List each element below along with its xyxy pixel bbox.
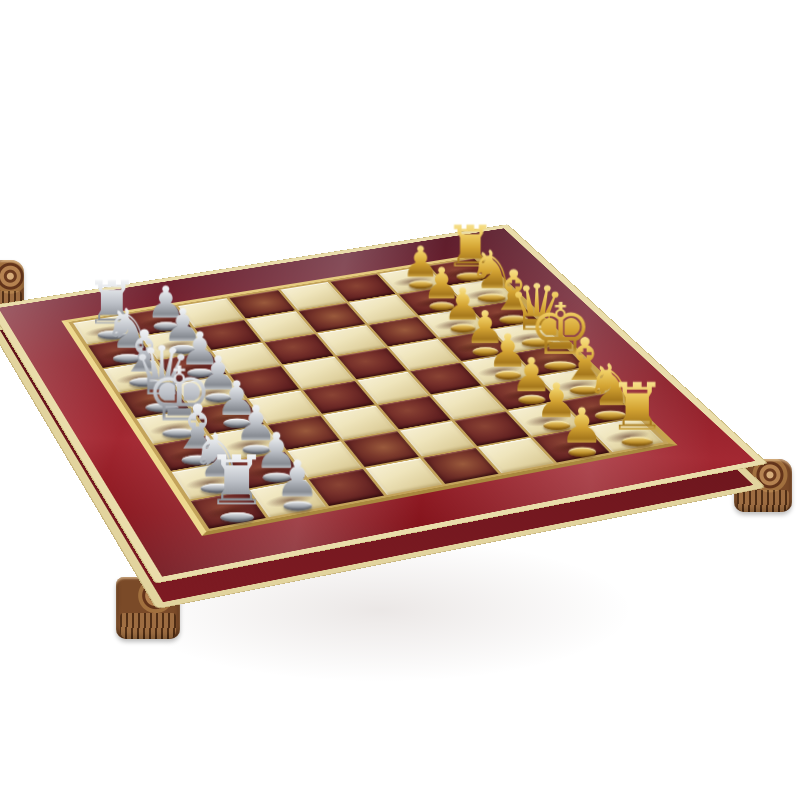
silver-pawn-glyph: ♟ bbox=[274, 454, 319, 505]
piece-black-pawn-h7[interactable]: ♟ bbox=[274, 454, 319, 511]
piece-base bbox=[220, 512, 253, 522]
piece-base bbox=[621, 437, 653, 446]
product-photo-scene: ♜♟♟♜♞♟♟♞♝♟♟♝♛♟♟♛♚♟♟♚♝♟♟♝♞♟♟♞♜♟♟♜ bbox=[0, 0, 800, 800]
gold-rook-glyph: ♜ bbox=[608, 375, 666, 440]
board-field: ♜♟♟♜♞♟♟♞♝♟♟♝♛♟♟♛♚♟♟♚♝♟♟♝♞♟♟♞♜♟♟♜ bbox=[61, 254, 677, 536]
piece-base bbox=[569, 447, 597, 457]
piece-black-rook-h8[interactable]: ♜ bbox=[206, 447, 268, 522]
piece-white-pawn-h2[interactable]: ♟ bbox=[561, 402, 605, 457]
piece-white-rook-h1[interactable]: ♜ bbox=[608, 375, 666, 446]
piece-base bbox=[283, 501, 312, 511]
gold-pawn-glyph: ♟ bbox=[561, 402, 605, 451]
silver-rook-glyph: ♜ bbox=[206, 447, 268, 516]
